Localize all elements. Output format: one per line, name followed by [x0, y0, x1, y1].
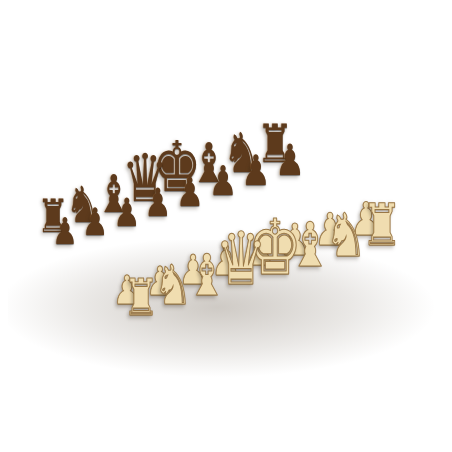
piece-black-pawn[interactable]: ♟: [241, 150, 270, 192]
piece-white-bishop[interactable]: ♝: [187, 247, 227, 304]
piece-black-pawn[interactable]: ♟: [113, 192, 140, 231]
piece-black-pawn[interactable]: ♟: [144, 183, 171, 222]
chess-set-photo: cayro ♜♞♝♛♚♝♞♜♟♟♟♟♟♟♟♟♟♟♟♟♟♟♟♟♜♞♝♛♚♝♞♜: [0, 0, 452, 452]
pieces-layer: ♜♞♝♛♚♝♞♜♟♟♟♟♟♟♟♟♟♟♟♟♟♟♟♟♜♞♝♛♚♝♞♜: [0, 0, 452, 452]
piece-black-pawn[interactable]: ♟: [176, 172, 204, 212]
piece-black-pawn[interactable]: ♟: [52, 213, 78, 250]
piece-black-pawn[interactable]: ♟: [275, 138, 305, 181]
piece-white-rook[interactable]: ♜: [123, 272, 159, 323]
piece-white-rook[interactable]: ♜: [362, 197, 403, 255]
piece-white-knight[interactable]: ♞: [154, 259, 192, 314]
piece-black-pawn[interactable]: ♟: [208, 161, 237, 202]
piece-black-pawn[interactable]: ♟: [82, 203, 109, 241]
